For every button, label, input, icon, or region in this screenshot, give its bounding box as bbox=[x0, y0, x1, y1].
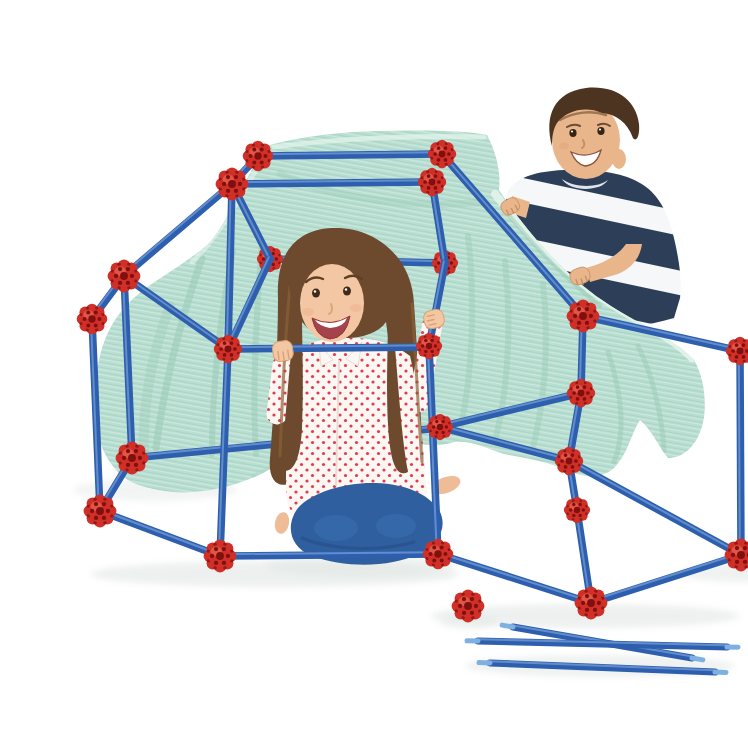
connector-ball bbox=[726, 337, 748, 365]
girl-knee-highlight-right bbox=[376, 514, 416, 538]
boy-eye-left bbox=[569, 129, 576, 137]
boy-eye-glint bbox=[571, 130, 573, 132]
connector-ball bbox=[575, 587, 608, 620]
connector-ball bbox=[116, 442, 149, 475]
fort-scene bbox=[40, 16, 748, 748]
connector-ball bbox=[452, 590, 485, 623]
rod-highlight bbox=[739, 349, 740, 553]
connector-ball bbox=[204, 540, 237, 573]
rod bbox=[92, 319, 100, 511]
boy-eye-right bbox=[597, 127, 604, 135]
girl-eye-glint bbox=[314, 290, 316, 292]
girl-cheek-right bbox=[350, 304, 362, 312]
connector-ball bbox=[216, 168, 249, 201]
connector-ball bbox=[423, 539, 454, 570]
connector-ball bbox=[564, 497, 590, 523]
connector-ball bbox=[567, 300, 600, 333]
rod-tip bbox=[502, 625, 513, 627]
connector-ball bbox=[427, 414, 453, 440]
rod bbox=[100, 511, 220, 556]
girl-eye-right bbox=[343, 286, 351, 295]
connector-ball bbox=[77, 304, 108, 335]
girl-left-hand bbox=[272, 340, 295, 363]
girl-hand-on-floor bbox=[273, 511, 291, 535]
boy-cheek bbox=[559, 143, 569, 150]
connector-ball bbox=[555, 447, 583, 475]
connector-ball bbox=[567, 379, 595, 407]
rod-tip bbox=[692, 658, 703, 660]
connector-ball bbox=[214, 335, 242, 363]
girl-knee-highlight-left bbox=[314, 515, 358, 541]
connector-ball bbox=[418, 168, 446, 196]
girl-cheek-left bbox=[302, 308, 314, 316]
girl-eye-left bbox=[312, 288, 320, 297]
connector-ball bbox=[416, 333, 442, 359]
connector-ball bbox=[84, 495, 117, 528]
connector-ball bbox=[243, 141, 274, 172]
connector-ball bbox=[108, 260, 141, 293]
connector-ball bbox=[428, 140, 456, 168]
rod-highlight bbox=[99, 509, 219, 554]
girl-eye-glint bbox=[345, 288, 347, 290]
product-photo: Two smiling children play with a build-a… bbox=[40, 16, 748, 748]
rod-highlight bbox=[568, 459, 740, 553]
boy-eye-glint bbox=[599, 128, 601, 130]
rod bbox=[569, 461, 741, 555]
